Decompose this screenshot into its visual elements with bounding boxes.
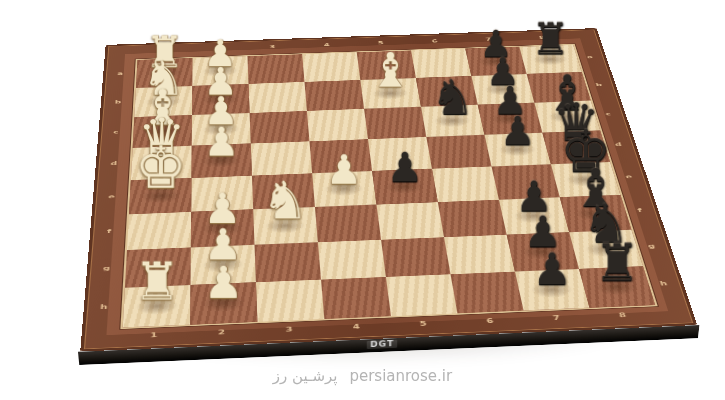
piece-white-pawn-h2[interactable]: ♟ [204,261,244,305]
file-label-right-g: g [644,243,659,250]
file-label-right-d: d [612,142,625,148]
square-g4[interactable] [318,240,386,280]
square-e5[interactable]: ♟ [372,169,438,205]
rank-label-front-7: 7 [549,314,564,321]
piece-black-pawn-e5[interactable]: ♟ [387,147,423,188]
file-label-left-f: f [103,228,116,234]
square-b3[interactable] [248,82,306,113]
square-h5[interactable] [386,274,458,316]
rank-label-front-1: 1 [147,331,161,338]
piece-white-king-e1[interactable]: ♚ [135,139,187,197]
watermark: پرشـین رزpersianrose.ir [0,367,725,385]
rank-label-back-6: 6 [429,39,441,44]
file-label-left-d: d [108,161,120,167]
piece-white-pawn-d2[interactable]: ♟ [204,122,240,162]
square-h3[interactable] [256,280,324,322]
piece-white-knight-f3[interactable]: ♞ [262,175,309,227]
file-label-left-h: h [97,303,111,310]
square-g3[interactable] [255,242,322,282]
square-d2[interactable]: ♟ [191,144,251,178]
file-label-right-e: e [622,174,636,180]
square-e4[interactable]: ♟ [312,171,376,207]
product-photo-scene: ♜♟♟♜♞♟♝♟♝♟♞♟♝♛♟♟♛♚♟♟♚♟♞♟♝♟♟♞♜♟♟♜ DGT aa1… [0,0,725,400]
square-h6[interactable] [451,272,524,314]
square-h7[interactable]: ♟ [515,269,590,311]
square-h4[interactable] [321,277,391,319]
rank-label-back-4: 4 [321,42,332,47]
rank-label-back-3: 3 [267,44,278,49]
piece-white-bishop-b5[interactable]: ♝ [369,46,412,94]
square-a4[interactable] [302,52,360,82]
watermark-persian: پرشـین رز [273,367,338,385]
piece-black-knight-c6[interactable]: ♞ [431,74,474,122]
square-h8[interactable]: ♜ [579,266,655,307]
square-f4[interactable] [315,205,381,243]
square-c6[interactable]: ♞ [421,105,484,137]
piece-black-rook-h8[interactable]: ♜ [594,237,640,288]
square-a3[interactable] [247,54,304,84]
file-label-right-a: a [584,55,596,60]
file-label-right-b: b [593,82,606,87]
front-rail: DGT [78,325,700,365]
square-g6[interactable] [444,235,515,275]
rank-label-front-8: 8 [615,312,630,319]
rank-label-front-2: 2 [215,329,229,336]
file-label-right-h: h [656,280,671,287]
watermark-latin: persianrose.ir [349,367,452,385]
square-f6[interactable] [438,200,507,238]
file-label-right-c: c [602,111,615,116]
square-f5[interactable] [376,202,444,240]
piece-white-pawn-e4[interactable]: ♟ [326,149,362,190]
square-d6[interactable] [426,135,491,169]
square-h2[interactable]: ♟ [190,282,257,324]
piece-black-pawn-d7[interactable]: ♟ [500,111,535,150]
square-d7[interactable]: ♟ [484,133,550,167]
file-label-right-f: f [633,207,647,213]
file-label-left-e: e [105,193,118,199]
file-label-left-g: g [100,265,113,272]
rank-label-front-5: 5 [416,320,430,327]
square-h1[interactable]: ♜ [123,285,191,328]
square-e6[interactable] [432,166,499,202]
piece-white-rook-h1[interactable]: ♜ [134,256,181,308]
playing-area: ♜♟♟♜♞♟♝♟♝♟♞♟♝♛♟♟♛♚♟♟♚♟♞♟♝♟♟♞♜♟♟♜ [120,44,657,329]
rank-label-front-3: 3 [282,326,296,333]
square-f1[interactable] [127,212,191,250]
square-f3[interactable]: ♞ [253,207,318,245]
file-label-left-a: a [114,71,125,76]
piece-black-rook-a8[interactable]: ♜ [531,17,570,60]
piece-black-pawn-h7[interactable]: ♟ [533,247,572,291]
square-c3[interactable] [250,111,310,144]
square-b5[interactable]: ♝ [360,78,421,109]
chess-board: ♜♟♟♜♞♟♝♟♝♟♞♟♝♛♟♟♛♚♟♟♚♟♞♟♝♟♟♞♜♟♟♜ DGT aa1… [80,28,697,351]
file-label-left-c: c [110,129,122,135]
file-label-left-b: b [112,99,124,104]
rank-label-front-4: 4 [349,323,363,330]
square-g5[interactable] [381,237,450,277]
square-e1[interactable]: ♚ [129,178,192,214]
square-c5[interactable] [364,107,426,139]
square-c4[interactable] [307,109,368,142]
square-b4[interactable] [304,80,364,111]
dgt-logo: DGT [367,340,398,349]
rank-label-front-6: 6 [483,317,498,324]
